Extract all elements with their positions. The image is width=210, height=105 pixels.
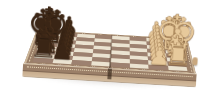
chessboard: ♜♟♟♜♞♟♟♞♝♟♟♝♛♟♟♛♚♟♟♚♝♟♟♝♞♟♟♞♜♟♟♜ [24, 30, 196, 73]
fold-gap [107, 68, 112, 79]
product-photo: ♜♟♟♜♞♟♟♞♝♟♟♝♛♟♟♛♚♟♟♚♝♟♟♝♞♟♟♞♜♟♟♜ [0, 0, 210, 105]
board-rotation-wrapper: ♜♟♟♜♞♟♟♞♝♟♟♝♛♟♟♛♚♟♟♚♝♟♟♝♞♟♟♞♜♟♟♜ [0, 0, 210, 105]
latch-knob [192, 57, 197, 65]
